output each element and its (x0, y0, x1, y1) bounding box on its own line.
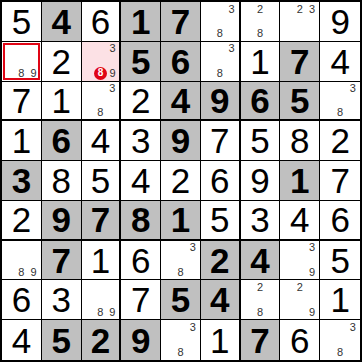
cell-value: 1 (171, 202, 190, 237)
candidate-mark: 9 (306, 266, 318, 278)
candidate-mark: 2 (294, 281, 306, 293)
cell-r4c2[interactable]: 6 (42, 121, 82, 161)
cell-value: 2 (210, 243, 229, 278)
cell-r8c5[interactable]: 5 (161, 280, 201, 320)
cell-r7c5[interactable]: 38 (161, 241, 201, 281)
cell-value: 7 (171, 4, 190, 39)
cell-value: 5 (250, 123, 269, 158)
cell-r5c5[interactable]: 2 (161, 161, 201, 201)
candidate-mark: 9 (306, 306, 318, 318)
candidate-mark: 8 (254, 306, 266, 318)
cell-value: 8 (290, 123, 309, 158)
cell-r3c4[interactable]: 2 (121, 82, 161, 122)
cell-r3c5[interactable]: 4 (161, 82, 201, 122)
cell-r3c8[interactable]: 5 (280, 82, 320, 122)
cell-r9c3[interactable]: 2 (82, 320, 122, 360)
candidate-mark: 8 (15, 67, 27, 79)
sudoku-board: 5461738282398923895638174713824965381643… (0, 0, 362, 362)
candidate-mark: 8 (254, 28, 266, 40)
cell-value: 1 (250, 44, 269, 79)
candidate-mark: 8 (174, 266, 186, 278)
cell-value: 5 (131, 44, 150, 79)
cell-r2c9[interactable]: 4 (320, 42, 360, 82)
candidate-mark: 3 (306, 3, 318, 15)
cell-r9c9[interactable]: 38 (320, 320, 360, 360)
cell-value: 3 (51, 282, 70, 317)
cell-value: 9 (250, 163, 269, 198)
cell-r6c2[interactable]: 9 (42, 201, 82, 241)
candidate-mark: 3 (346, 83, 359, 95)
cell-r5c4[interactable]: 4 (121, 161, 161, 201)
cell-value: 6 (131, 243, 150, 278)
cell-r4c8[interactable]: 8 (280, 121, 320, 161)
cell-r2c7[interactable]: 1 (241, 42, 281, 82)
cell-value: 6 (250, 83, 269, 118)
cell-r9c1[interactable]: 4 (2, 320, 42, 360)
cell-r7c1[interactable]: 89 (2, 241, 42, 281)
candidate-mark: 9 (106, 306, 118, 318)
cell-r5c2[interactable]: 8 (42, 161, 82, 201)
candidate-grid: 38 (202, 3, 238, 40)
cell-r8c7[interactable]: 28 (241, 280, 281, 320)
candidate-grid: 89 (3, 43, 40, 80)
candidate-grid: 38 (321, 83, 359, 119)
hint-candidate-circle: 8 (94, 67, 107, 80)
cell-value: 6 (171, 44, 190, 79)
cell-value: 6 (210, 163, 229, 198)
cell-value: 7 (330, 163, 349, 198)
cell-r8c8[interactable]: 29 (280, 280, 320, 320)
candidate-grid: 38 (162, 321, 199, 359)
cell-value: 5 (51, 323, 70, 358)
cell-r2c2[interactable]: 2 (42, 42, 82, 82)
cell-r7c3[interactable]: 1 (82, 241, 122, 281)
cell-r9c6[interactable]: 1 (201, 320, 241, 360)
candidate-mark: 2 (254, 281, 266, 293)
cell-r2c1[interactable]: 89 (2, 42, 42, 82)
cell-value: 1 (91, 243, 110, 278)
cell-r5c1[interactable]: 3 (2, 161, 42, 201)
cell-value: 4 (330, 44, 349, 79)
cell-value: 4 (91, 123, 110, 158)
candidate-mark: 3 (107, 43, 118, 55)
cell-value: 1 (210, 323, 229, 358)
candidate-mark: 8 (214, 67, 226, 79)
cell-value: 7 (51, 243, 70, 278)
cell-value: 3 (12, 163, 31, 198)
candidate-mark: 3 (226, 3, 238, 15)
candidate-mark: 3 (106, 83, 118, 95)
candidate-mark: 8 (94, 106, 106, 118)
cell-value: 4 (210, 282, 229, 317)
candidate-mark: 3 (226, 43, 238, 55)
cell-r6c6[interactable]: 5 (201, 201, 241, 241)
cell-r8c4[interactable]: 7 (121, 280, 161, 320)
cell-value: 6 (12, 282, 31, 317)
cell-value: 4 (171, 83, 190, 118)
cell-r1c3[interactable]: 6 (82, 2, 122, 42)
cell-r1c6[interactable]: 38 (201, 2, 241, 42)
cell-value: 1 (131, 4, 150, 39)
cell-value: 9 (210, 83, 229, 118)
cell-r5c9[interactable]: 7 (320, 161, 360, 201)
cell-value: 7 (210, 123, 229, 158)
cell-value: 3 (250, 202, 269, 237)
candidate-grid: 29 (281, 281, 318, 318)
cell-r1c8[interactable]: 23 (280, 2, 320, 42)
cell-r6c5[interactable]: 1 (161, 201, 201, 241)
cell-value: 3 (131, 123, 150, 158)
cell-r7c4[interactable]: 6 (121, 241, 161, 281)
cell-value: 5 (91, 163, 110, 198)
cell-r4c5[interactable]: 9 (161, 121, 201, 161)
cell-r3c2[interactable]: 1 (42, 82, 82, 122)
cell-r8c6[interactable]: 4 (201, 280, 241, 320)
cell-r4c6[interactable]: 7 (201, 121, 241, 161)
cell-value: 2 (131, 83, 150, 118)
cell-r3c3[interactable]: 38 (82, 82, 122, 122)
cell-value: 7 (12, 83, 31, 118)
cell-r3c9[interactable]: 38 (320, 82, 360, 122)
cell-r6c7[interactable]: 3 (241, 201, 281, 241)
cell-r1c5[interactable]: 7 (161, 2, 201, 42)
cell-r2c3[interactable]: 389 (82, 42, 122, 82)
candidate-mark: 3 (346, 321, 359, 334)
cell-value: 7 (131, 282, 150, 317)
cell-value: 5 (290, 83, 309, 118)
cell-r7c2[interactable]: 7 (42, 241, 82, 281)
cell-r2c5[interactable]: 6 (161, 42, 201, 82)
cell-value: 8 (131, 202, 150, 237)
candidate-mark: 8 (174, 346, 186, 359)
cell-value: 5 (12, 4, 31, 39)
cell-r5c6[interactable]: 6 (201, 161, 241, 201)
candidate-grid: 28 (242, 3, 279, 40)
cell-value: 1 (330, 282, 349, 317)
cell-r4c7[interactable]: 5 (241, 121, 281, 161)
cell-value: 5 (171, 282, 190, 317)
cell-r7c9[interactable]: 5 (320, 241, 360, 281)
cell-value: 7 (250, 323, 269, 358)
cell-r4c4[interactable]: 3 (121, 121, 161, 161)
cell-value: 4 (250, 243, 269, 278)
candidate-mark: 9 (28, 67, 40, 79)
cell-value: 9 (171, 123, 190, 158)
cell-r8c2[interactable]: 3 (42, 280, 82, 320)
cell-r8c1[interactable]: 6 (2, 280, 42, 320)
candidate-mark: 2 (254, 3, 266, 15)
cell-r6c3[interactable]: 7 (82, 201, 122, 241)
cell-value: 6 (330, 202, 349, 237)
candidate-mark: 8 (214, 28, 226, 40)
candidate-grid: 39 (281, 242, 318, 279)
cell-value: 5 (330, 243, 349, 278)
cell-r9c4[interactable]: 9 (121, 320, 161, 360)
cell-r7c8[interactable]: 39 (280, 241, 320, 281)
cell-r1c9[interactable]: 9 (320, 2, 360, 42)
cell-value: 1 (51, 83, 70, 118)
cell-r5c7[interactable]: 9 (241, 161, 281, 201)
cell-value: 5 (210, 202, 229, 237)
cell-r9c8[interactable]: 6 (280, 320, 320, 360)
candidate-mark: 8 (334, 106, 347, 118)
cell-value: 9 (51, 202, 70, 237)
candidate-grid: 89 (83, 281, 119, 318)
cell-r6c8[interactable]: 4 (280, 201, 320, 241)
candidate-mark: 8 (334, 346, 347, 359)
cell-r7c7[interactable]: 4 (241, 241, 281, 281)
cell-r7c6[interactable]: 2 (201, 241, 241, 281)
cell-value: 9 (330, 4, 349, 39)
candidate-grid: 38 (202, 43, 238, 80)
cell-r6c9[interactable]: 6 (320, 201, 360, 241)
cell-value: 4 (131, 163, 150, 198)
cell-r9c5[interactable]: 38 (161, 320, 201, 360)
cell-r4c3[interactable]: 4 (82, 121, 122, 161)
cell-value: 7 (290, 44, 309, 79)
cell-value: 6 (290, 323, 309, 358)
cell-r4c1[interactable]: 1 (2, 121, 42, 161)
candidate-grid: 23 (281, 3, 318, 40)
cell-r1c1[interactable]: 5 (2, 2, 42, 42)
cell-r3c7[interactable]: 6 (241, 82, 281, 122)
candidate-mark: 9 (28, 266, 40, 278)
candidate-mark: 2 (294, 3, 306, 15)
candidate-mark: 3 (187, 321, 199, 334)
cell-value: 1 (12, 123, 31, 158)
cell-value: 4 (12, 323, 31, 358)
candidate-grid: 389 (83, 43, 119, 80)
candidate-mark: 9 (107, 67, 118, 80)
candidate-grid: 28 (242, 281, 279, 318)
cell-r2c4[interactable]: 5 (121, 42, 161, 82)
cell-r6c4[interactable]: 8 (121, 201, 161, 241)
cell-value: 6 (91, 4, 110, 39)
cell-value: 8 (51, 163, 70, 198)
candidate-grid: 38 (321, 321, 359, 359)
cell-value: 4 (51, 4, 70, 39)
cell-r4c9[interactable]: 2 (320, 121, 360, 161)
cell-value: 6 (51, 123, 70, 158)
cell-value: 7 (91, 202, 110, 237)
cell-r8c3[interactable]: 89 (82, 280, 122, 320)
cell-r2c8[interactable]: 7 (280, 42, 320, 82)
cell-r3c1[interactable]: 7 (2, 82, 42, 122)
candidate-grid: 89 (3, 242, 40, 279)
cell-r1c2[interactable]: 4 (42, 2, 82, 42)
cell-value: 2 (91, 323, 110, 358)
cell-value: 2 (12, 202, 31, 237)
cell-r5c8[interactable]: 1 (280, 161, 320, 201)
cell-value: 1 (290, 163, 309, 198)
candidate-mark: 3 (306, 242, 318, 254)
cell-value: 9 (131, 323, 150, 358)
cell-value: 2 (330, 123, 349, 158)
candidate-mark: 8 (94, 306, 106, 318)
cell-value: 2 (171, 163, 190, 198)
cell-value: 2 (51, 44, 70, 79)
candidate-mark: 8 (15, 266, 27, 278)
cell-r1c7[interactable]: 28 (241, 2, 281, 42)
cell-r8c9[interactable]: 1 (320, 280, 360, 320)
cell-r9c2[interactable]: 5 (42, 320, 82, 360)
candidate-mark: 3 (187, 242, 199, 254)
cell-r1c4[interactable]: 1 (121, 2, 161, 42)
candidate-grid: 38 (162, 242, 199, 279)
cell-value: 4 (290, 202, 309, 237)
cell-r2c6[interactable]: 38 (201, 42, 241, 82)
cell-r3c6[interactable]: 9 (201, 82, 241, 122)
cell-r9c7[interactable]: 7 (241, 320, 281, 360)
cell-r5c3[interactable]: 5 (82, 161, 122, 201)
candidate-grid: 38 (83, 83, 119, 119)
cell-r6c1[interactable]: 2 (2, 201, 42, 241)
